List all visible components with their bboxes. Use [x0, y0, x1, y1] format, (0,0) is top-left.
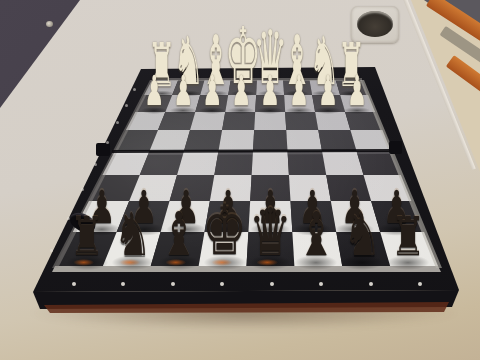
white-pawn-glyph: ♟: [260, 71, 280, 110]
black-bishop-glyph: ♝: [159, 206, 198, 264]
piece-bB-f8[interactable]: ♝: [159, 221, 198, 263]
white-pawn-glyph: ♟: [289, 71, 309, 110]
frame-coordinate-dot: [369, 282, 373, 286]
piece-bN-g8[interactable]: ♞: [114, 223, 152, 264]
hinge-tab: [96, 143, 110, 156]
piece-wP-c2[interactable]: ♟: [289, 89, 309, 110]
photo-chess-scene: ♜♞♝♚♛♝♞♜♟♟♟♟♟♟♟♟♟♟♟♟♟♟♟♟♜♞♝♚♛♝♞♜: [0, 0, 480, 360]
piece-wP-f2[interactable]: ♟: [202, 89, 222, 110]
black-king-glyph: ♚: [202, 198, 247, 264]
hinge-tab: [389, 141, 402, 154]
piece-wP-h2[interactable]: ♟: [144, 89, 164, 110]
frame-coordinate-dot: [116, 121, 119, 124]
frame-coordinate-dot: [50, 249, 53, 252]
frame-coordinate-dot: [125, 104, 128, 107]
black-rook-glyph: ♜: [69, 213, 104, 264]
piece-wP-d2[interactable]: ♟: [260, 89, 280, 110]
piece-bQ-d8[interactable]: ♛: [249, 218, 292, 263]
white-pawn-glyph: ♟: [318, 71, 338, 110]
chair-wood-slat: [446, 55, 480, 103]
piece-wP-g2[interactable]: ♟: [173, 89, 193, 110]
white-pawn-glyph: ♟: [202, 71, 222, 110]
frame-coordinate-dot: [72, 282, 76, 286]
piece-bK-e8[interactable]: ♚: [202, 216, 247, 264]
piece-wP-e2[interactable]: ♟: [231, 89, 251, 110]
piece-bR-h8[interactable]: ♜: [69, 226, 104, 263]
screw-icon: [46, 21, 53, 27]
black-knight-glyph: ♞: [343, 207, 381, 263]
white-pawn-glyph: ♟: [347, 71, 367, 110]
white-pawn-glyph: ♟: [231, 71, 251, 110]
frame-coordinate-dot: [133, 88, 136, 91]
white-pawn-glyph: ♟: [173, 71, 193, 110]
piece-wP-b2[interactable]: ♟: [318, 89, 338, 110]
piece-wP-a2[interactable]: ♟: [347, 89, 367, 110]
black-queen-glyph: ♛: [249, 201, 292, 263]
piece-bB-c8[interactable]: ♝: [297, 221, 336, 263]
black-knight-glyph: ♞: [114, 207, 152, 263]
piece-bN-b8[interactable]: ♞: [343, 223, 381, 264]
white-pawn-glyph: ♟: [144, 71, 164, 110]
black-bishop-glyph: ♝: [297, 206, 336, 264]
piece-bR-a8[interactable]: ♜: [391, 226, 426, 263]
frame-coordinate-dot: [106, 141, 109, 144]
frame-coordinate-dot: [171, 282, 175, 286]
black-rook-glyph: ♜: [391, 213, 426, 264]
frame-coordinate-dot: [270, 282, 274, 286]
